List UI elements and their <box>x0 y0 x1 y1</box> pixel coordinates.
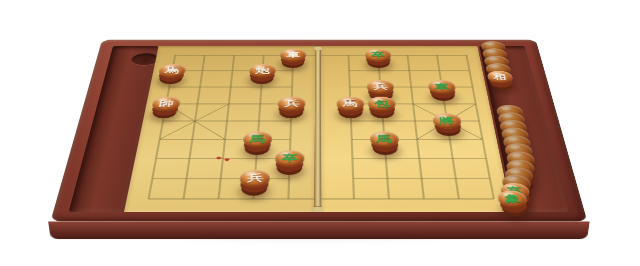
captured-piece-卒[interactable]: 卒 <box>499 183 531 200</box>
piece-包[interactable]: 包 <box>368 97 397 112</box>
captured-piece[interactable] <box>505 160 536 176</box>
piece-character: 馬 <box>165 67 180 74</box>
captured-pieces-layer: 相卒象 <box>50 40 587 222</box>
perspective-scene: 車卒馬炮兵車帥兵馬包將馬馬卒兵 相卒象 <box>0 0 640 266</box>
piece-馬[interactable]: 馬 <box>336 97 364 112</box>
captured-piece-象[interactable]: 象 <box>497 191 529 208</box>
piece-character: 車 <box>434 83 450 91</box>
piece-character: 帥 <box>158 100 174 108</box>
piece-character: 兵 <box>284 100 299 108</box>
product-photo-stage: 車卒馬炮兵車帥兵馬包將馬馬卒兵 相卒象 <box>0 0 640 266</box>
captured-piece[interactable] <box>502 135 532 150</box>
piece-character: 包 <box>374 100 389 108</box>
captured-piece[interactable] <box>499 120 528 134</box>
captured-piece[interactable] <box>500 128 530 143</box>
piece-character: 車 <box>286 51 300 58</box>
piece-兵[interactable]: 兵 <box>367 80 395 94</box>
piece-character: 相 <box>493 73 508 80</box>
piece-character: 兵 <box>373 83 388 91</box>
case-front-edge <box>48 222 590 240</box>
piece-車[interactable]: 車 <box>280 49 306 62</box>
piece-character: 卒 <box>506 186 523 195</box>
captured-piece[interactable] <box>505 151 536 166</box>
captured-piece-相[interactable]: 相 <box>486 71 514 84</box>
piece-character: 炮 <box>255 67 270 74</box>
piece-兵[interactable]: 兵 <box>277 97 305 112</box>
piece-character: 卒 <box>371 51 385 58</box>
captured-piece[interactable] <box>504 143 534 158</box>
xiangqi-board: 車卒馬炮兵車帥兵馬包將馬馬卒兵 相卒象 <box>50 40 587 222</box>
captured-piece[interactable] <box>503 167 534 183</box>
piece-卒[interactable]: 卒 <box>365 49 392 62</box>
piece-character: 馬 <box>343 100 358 108</box>
piece-character: 象 <box>504 194 521 203</box>
captured-piece[interactable] <box>501 175 532 191</box>
